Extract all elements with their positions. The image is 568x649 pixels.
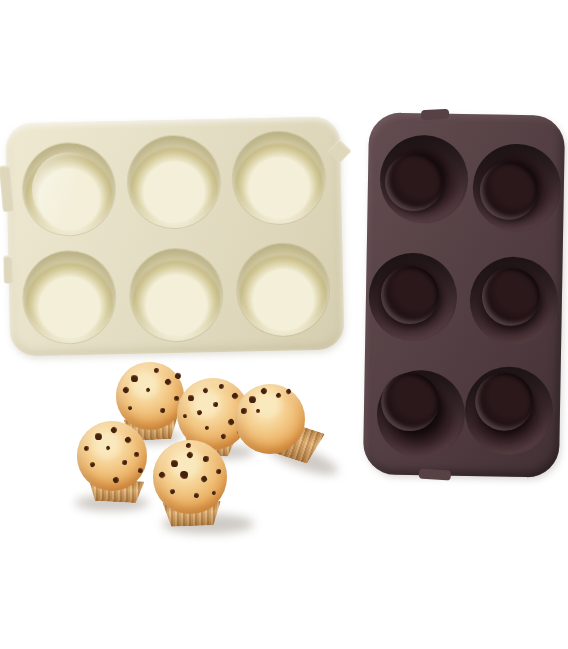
cream-pan-cup-1 [22,142,116,236]
chocolate-chip [227,418,235,426]
chocolate-chip [240,409,246,415]
chocolate-chip [173,395,179,401]
chocolate-chip [218,383,223,388]
muffin-shadow-4 [75,495,149,511]
chocolate-chip [196,409,203,416]
chocolate-chip [153,367,158,372]
cream-pan-cup-5 [129,248,223,342]
brown-pan-cup-bottom-3 [380,266,439,325]
chocolate-chip [256,409,261,414]
brown-pan-cup-bottom-1 [384,153,443,212]
chocolate-chip [179,470,188,479]
chocolate-chip [83,445,88,450]
muffin-dome-2 [177,378,249,450]
chocolate-chip [193,492,199,498]
chocolate-chip [122,386,130,394]
cream-pan-tab [328,139,352,163]
cream-pan-tab [3,255,13,283]
muffin-peak-highlight-3 [251,386,285,420]
muffin-dome-5 [153,440,227,514]
brown-pan-cup-1 [379,135,469,225]
chocolate-chip [274,391,281,398]
brown-pan-cup-3 [368,252,458,342]
muffin-peak-highlight-2 [187,386,223,422]
chocolate-chip [133,451,139,457]
muffin-peak-highlight-5 [167,444,205,482]
chocolate-chip [95,433,102,440]
chocolate-chip [110,426,118,434]
chocolate-chip [188,395,194,401]
chocolate-chip [204,425,209,430]
chocolate-chip [186,451,194,459]
muffin-liner-4 [87,479,144,504]
brown-pan-cup-5 [376,370,466,460]
chocolate-chip [131,375,138,382]
muffin-shadow-1 [118,430,182,444]
brown-muffin-pan [363,112,565,477]
brown-pan-tab [421,109,449,120]
cream-pan-cup-4 [22,250,116,344]
chocolate-chip [169,488,176,495]
chocolate-chip [183,414,188,419]
cream-pan-cup-3 [232,131,326,225]
chocolate-chip [231,392,239,400]
chocolate-chip [171,460,178,467]
chocolate-chip [127,405,132,410]
cream-pan-cup-2 [127,135,221,229]
muffin-dome-1 [116,362,184,430]
chocolate-chip [121,459,127,465]
brown-pan-cup-bottom-6 [475,372,534,431]
muffin-shadow-2 [194,445,254,459]
cream-pan-cup-6 [236,243,330,337]
muffin-shadow-5 [162,514,254,534]
chocolate-chip [124,436,132,444]
chocolate-chip [215,468,221,474]
chocolate-chip [158,471,166,479]
chocolate-chip [145,387,151,393]
brown-pan-cup-4 [469,256,559,346]
brown-pan-cup-6 [464,366,554,456]
muffin-liner-2 [185,437,236,457]
brown-pan-cup-2 [472,143,562,233]
muffin-dome-4 [77,421,147,491]
product-photo [0,0,568,649]
muffin-dome-3 [235,384,305,454]
brown-pan-cup-bottom-4 [481,267,540,326]
brown-pan-cup-bottom-2 [479,161,538,220]
chocolate-chip [185,442,191,448]
chocolate-chip [89,461,96,468]
muffin-peak-highlight-4 [88,426,124,462]
chocolate-chip [159,407,165,413]
chocolate-chip [164,378,172,386]
chocolate-chip [249,396,256,403]
cream-pan-tab [0,165,14,212]
muffin-liner-1 [123,417,178,442]
chocolate-chip [241,408,247,414]
chocolate-chip [201,386,208,393]
chocolate-chip [285,388,292,395]
chocolate-chip [112,476,120,484]
muffin-shadow-3 [265,437,341,481]
chocolate-chip [203,456,209,462]
chocolate-chip [174,372,181,379]
chocolate-chip [220,433,227,440]
muffin-peak-highlight-1 [128,367,162,401]
chocolate-chip [211,490,216,495]
brown-pan-tab [419,468,452,480]
brown-pan-cup-bottom-5 [381,373,440,432]
muffin-liner-5 [163,501,222,527]
muffin-liner-3 [259,416,325,466]
chocolate-chip [212,401,218,407]
chocolate-chip [105,445,111,451]
chocolate-chip [260,387,268,395]
cream-muffin-pan [6,117,345,357]
chocolate-chip [137,467,143,473]
chocolate-chip [236,429,241,434]
chocolate-chip [200,475,208,483]
